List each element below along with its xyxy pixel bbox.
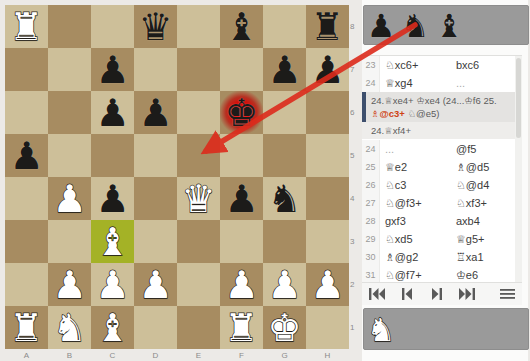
- move-row-24: 24♕xg4...: [362, 74, 522, 92]
- black-move[interactable]: ♘@d4: [451, 176, 522, 194]
- square-h1[interactable]: [306, 306, 349, 349]
- rank-label-4: 4: [350, 177, 360, 220]
- move-row-31: 31♘@f7+♔e6: [362, 266, 522, 283]
- square-e8[interactable]: [177, 5, 220, 48]
- move-row-30: 30♗@g2♖xa1: [362, 248, 522, 266]
- last-move-icon: [458, 288, 476, 300]
- square-d5[interactable]: [134, 134, 177, 177]
- square-a1[interactable]: ♜: [5, 306, 48, 349]
- crazyhouse-analysis-page: ♜♛♝♜♟♟♟♟♟♚♟♟♟♛♟♞♝♟♟♟♟♟♟♜♞♝♜♚ 87654321 AB…: [0, 0, 530, 361]
- rank-label-5: 5: [350, 134, 360, 177]
- variation-move-text[interactable]: 24.♕xf4+: [371, 125, 411, 136]
- white-rook-a1[interactable]: ♜: [5, 306, 48, 349]
- square-a8[interactable]: ♜: [5, 5, 48, 48]
- rank-label-6: 6: [350, 91, 360, 134]
- rank-label-2: 2: [350, 263, 360, 306]
- square-d6[interactable]: ♟: [134, 91, 177, 134]
- square-g7[interactable]: ♟: [263, 48, 306, 91]
- black-move[interactable]: @f5: [451, 140, 522, 158]
- white-move[interactable]: ♘@f3+: [380, 194, 451, 212]
- square-h7[interactable]: ♟: [306, 48, 349, 91]
- square-f6[interactable]: ♚: [220, 91, 263, 134]
- square-a5[interactable]: ♟: [5, 134, 48, 177]
- variation-block: 24.♕xe4+ ♔xe4 (24...♔f6 25. ♗@c3+ ♘@e5): [362, 92, 522, 122]
- pocket-piece-knight-black[interactable]: ♞: [398, 6, 432, 44]
- scrollbar-thumb[interactable]: [516, 58, 521, 138]
- move-number: 29: [362, 230, 380, 248]
- white-move[interactable]: ♘xd5: [380, 230, 451, 248]
- square-b8[interactable]: [48, 5, 91, 48]
- square-c5[interactable]: [91, 134, 134, 177]
- move-row-25: 25♕e2♗@d5: [362, 158, 522, 176]
- black-move[interactable]: ♕g5+: [451, 230, 522, 248]
- white-move[interactable]: ♘c3: [380, 176, 451, 194]
- white-knight-b1[interactable]: ♞: [48, 306, 91, 349]
- file-label-b: B: [48, 350, 91, 361]
- move-row-23: 23♘xc6+bxc6: [362, 56, 522, 74]
- square-e2[interactable]: [177, 263, 220, 306]
- black-pawn-c7[interactable]: ♟: [91, 48, 134, 91]
- black-move[interactable]: ♔e6: [451, 266, 522, 283]
- square-a3[interactable]: [5, 220, 48, 263]
- square-f2[interactable]: ♟: [220, 263, 263, 306]
- next-move-button[interactable]: [422, 284, 452, 304]
- square-f5[interactable]: [220, 134, 263, 177]
- white-move[interactable]: ...: [380, 140, 451, 158]
- white-move[interactable]: ♗@g2: [380, 248, 451, 266]
- square-d4[interactable]: [134, 177, 177, 220]
- square-c3[interactable]: ♝: [91, 220, 134, 263]
- hamburger-menu-icon: [500, 288, 515, 300]
- move-number: 28: [362, 212, 380, 230]
- variation-move-text[interactable]: ♘@e5): [405, 108, 440, 119]
- square-f8[interactable]: ♝: [220, 5, 263, 48]
- file-label-d: D: [134, 350, 177, 361]
- square-h3[interactable]: [306, 220, 349, 263]
- file-label-h: H: [306, 350, 349, 361]
- white-move[interactable]: gxf3: [380, 212, 451, 230]
- first-move-icon: [368, 288, 386, 300]
- move-list-scrollbar[interactable]: [515, 56, 522, 282]
- square-h6[interactable]: [306, 91, 349, 134]
- square-c7[interactable]: ♟: [91, 48, 134, 91]
- square-f7[interactable]: [220, 48, 263, 91]
- move-row-26: 26♘c3♘@d4: [362, 176, 522, 194]
- black-pawn-c4[interactable]: ♟: [91, 177, 134, 220]
- black-move[interactable]: ♖xa1: [451, 248, 522, 266]
- move-number: 24: [362, 140, 380, 158]
- previous-move-button[interactable]: [392, 284, 422, 304]
- square-e3[interactable]: [177, 220, 220, 263]
- move-number: 30: [362, 248, 380, 266]
- move-row-28: 28gxf3axb4: [362, 212, 522, 230]
- square-b3[interactable]: [48, 220, 91, 263]
- previous-move-icon: [400, 288, 414, 300]
- square-g8[interactable]: [263, 5, 306, 48]
- pocket-white: ♞: [363, 308, 529, 350]
- move-list: 23♘xc6+bxc624♕xg4... 24.♕xe4+ ♔xe4 (24..…: [362, 55, 522, 283]
- move-row-24: 24...@f5: [362, 140, 522, 158]
- rank-label-7: 7: [350, 48, 360, 91]
- square-a2[interactable]: [5, 263, 48, 306]
- file-label-e: E: [177, 350, 220, 361]
- square-d8[interactable]: ♛: [134, 5, 177, 48]
- black-bishop-f8[interactable]: ♝: [220, 5, 263, 48]
- white-pawn-b4[interactable]: ♟: [48, 177, 91, 220]
- white-move[interactable]: ♕e2: [380, 158, 451, 176]
- white-queen-e4[interactable]: ♛: [177, 177, 220, 220]
- move-row-27: 27♘@f3+♘xf3+: [362, 194, 522, 212]
- white-rook-f1[interactable]: ♜: [220, 306, 263, 349]
- black-pawn-h7[interactable]: ♟: [306, 48, 349, 91]
- next-move-icon: [430, 288, 444, 300]
- pocket-piece-pawn-black[interactable]: ♟: [364, 6, 398, 44]
- white-move[interactable]: ♘@f7+: [380, 266, 451, 283]
- square-h5[interactable]: [306, 134, 349, 177]
- pocket-black: ♟♞♝: [363, 5, 529, 45]
- square-h8[interactable]: ♜: [306, 5, 349, 48]
- square-c6[interactable]: ♟: [91, 91, 134, 134]
- move-number: 23: [362, 56, 380, 74]
- square-g2[interactable]: ♟: [263, 263, 306, 306]
- square-e1[interactable]: [177, 306, 220, 349]
- square-d7[interactable]: [134, 48, 177, 91]
- square-a7[interactable]: [5, 48, 48, 91]
- black-knight-g4[interactable]: ♞: [263, 177, 306, 220]
- black-king-f6[interactable]: ♚: [220, 91, 263, 134]
- white-rook-a8[interactable]: ♜: [5, 5, 48, 48]
- white-move[interactable]: ♘xc6+: [380, 56, 451, 74]
- black-move[interactable]: bxc6: [451, 56, 522, 74]
- square-h2[interactable]: ♟: [306, 263, 349, 306]
- white-king-g1[interactable]: ♚: [263, 306, 306, 349]
- square-h4[interactable]: [306, 177, 349, 220]
- square-f4[interactable]: ♟: [220, 177, 263, 220]
- square-a6[interactable]: [5, 91, 48, 134]
- pocket-piece-knight-white[interactable]: ♞: [364, 310, 398, 348]
- rank-label-1: 1: [350, 306, 360, 349]
- square-c8[interactable]: [91, 5, 134, 48]
- black-move[interactable]: ...: [451, 74, 522, 92]
- rank-label-3: 3: [350, 220, 360, 263]
- variation-block-2: 24.♕xf4+: [362, 122, 522, 139]
- square-g3[interactable]: [263, 220, 306, 263]
- file-label-g: G: [263, 350, 306, 361]
- chess-board[interactable]: ♜♛♝♜♟♟♟♟♟♚♟♟♟♛♟♞♝♟♟♟♟♟♟♜♞♝♜♚: [5, 5, 349, 349]
- white-move[interactable]: ♕xg4: [380, 74, 451, 92]
- black-move[interactable]: axb4: [451, 212, 522, 230]
- move-navigation: [362, 283, 522, 305]
- black-rook-h8[interactable]: ♜: [306, 5, 349, 48]
- square-f1[interactable]: ♜: [220, 306, 263, 349]
- square-g4[interactable]: ♞: [263, 177, 306, 220]
- square-b4[interactable]: ♟: [48, 177, 91, 220]
- white-pawn-h2[interactable]: ♟: [306, 263, 349, 306]
- black-move[interactable]: ♘xf3+: [451, 194, 522, 212]
- white-bishop-c3[interactable]: ♝: [91, 220, 134, 263]
- square-d2[interactable]: ♟: [134, 263, 177, 306]
- first-move-button[interactable]: [362, 284, 392, 304]
- square-c1[interactable]: ♝: [91, 306, 134, 349]
- square-b1[interactable]: ♞: [48, 306, 91, 349]
- white-pawn-c2[interactable]: ♟: [91, 263, 134, 306]
- black-pawn-a5[interactable]: ♟: [5, 134, 48, 177]
- square-c2[interactable]: ♟: [91, 263, 134, 306]
- move-row-29: 29♘xd5♕g5+: [362, 230, 522, 248]
- square-f3[interactable]: [220, 220, 263, 263]
- move-number: 27: [362, 194, 380, 212]
- move-list-menu-button[interactable]: [492, 284, 522, 304]
- square-b7[interactable]: [48, 48, 91, 91]
- black-queen-d8[interactable]: ♛: [134, 5, 177, 48]
- square-d1[interactable]: [134, 306, 177, 349]
- black-pawn-d6[interactable]: ♟: [134, 91, 177, 134]
- white-pawn-d2[interactable]: ♟: [134, 263, 177, 306]
- file-label-a: A: [5, 350, 48, 361]
- pocket-piece-bishop-black[interactable]: ♝: [432, 6, 466, 44]
- square-g6[interactable]: [263, 91, 306, 134]
- last-move-button[interactable]: [452, 284, 482, 304]
- move-number: 24: [362, 74, 380, 92]
- move-number: 26: [362, 176, 380, 194]
- square-g1[interactable]: ♚: [263, 306, 306, 349]
- move-number: 25: [362, 158, 380, 176]
- move-rows-before: 23♘xc6+bxc624♕xg4...: [362, 56, 522, 92]
- square-b6[interactable]: [48, 91, 91, 134]
- square-c4[interactable]: ♟: [91, 177, 134, 220]
- square-b5[interactable]: [48, 134, 91, 177]
- file-label-c: C: [91, 350, 134, 361]
- white-pawn-g2[interactable]: ♟: [263, 263, 306, 306]
- black-pawn-c6[interactable]: ♟: [91, 91, 134, 134]
- square-g5[interactable]: [263, 134, 306, 177]
- square-e6[interactable]: [177, 91, 220, 134]
- move-rows-after: 24...@f525♕e2♗@d526♘c3♘@d427♘@f3+♘xf3+28…: [362, 140, 522, 283]
- square-d3[interactable]: [134, 220, 177, 263]
- sidebar: ♟♞♝ 23♘xc6+bxc624♕xg4... 24.♕xe4+ ♔xe4 (…: [362, 0, 528, 361]
- variation-current-move[interactable]: ♗@c3+: [371, 108, 405, 119]
- white-bishop-c1[interactable]: ♝: [91, 306, 134, 349]
- rank-label-8: 8: [350, 5, 360, 48]
- square-a4[interactable]: [5, 177, 48, 220]
- black-pawn-g7[interactable]: ♟: [263, 48, 306, 91]
- square-e7[interactable]: [177, 48, 220, 91]
- white-pawn-b2[interactable]: ♟: [48, 263, 91, 306]
- square-b2[interactable]: ♟: [48, 263, 91, 306]
- move-number: 31: [362, 266, 380, 283]
- file-label-f: F: [220, 350, 263, 361]
- black-pawn-f4[interactable]: ♟: [220, 177, 263, 220]
- white-pawn-f2[interactable]: ♟: [220, 263, 263, 306]
- variation-move-text[interactable]: 24.♕xe4+ ♔xe4 (24...♔f6 25.: [371, 95, 497, 106]
- square-e5[interactable]: [177, 134, 220, 177]
- black-move[interactable]: ♗@d5: [451, 158, 522, 176]
- square-e4[interactable]: ♛: [177, 177, 220, 220]
